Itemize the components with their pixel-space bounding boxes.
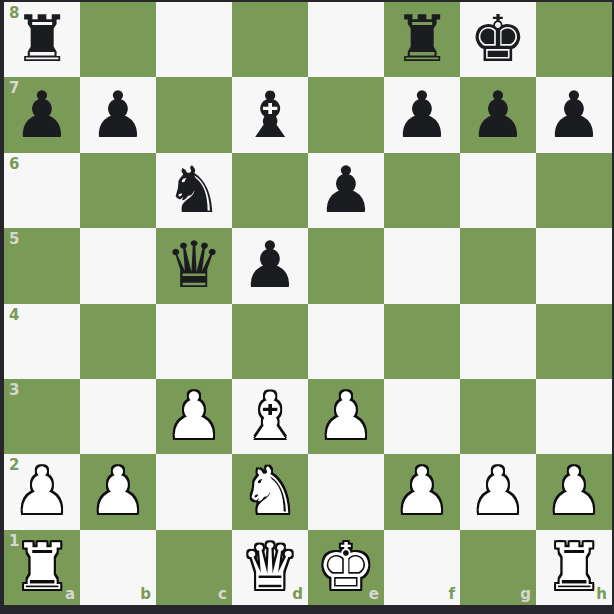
square-a4[interactable]: 4	[4, 304, 80, 379]
square-h7[interactable]: ♟	[536, 77, 612, 152]
piece-white-pawn[interactable]: ♟	[469, 454, 526, 529]
square-h5[interactable]	[536, 228, 612, 303]
piece-white-pawn[interactable]: ♟	[89, 454, 146, 529]
square-g6[interactable]	[460, 153, 536, 228]
piece-white-bishop[interactable]: ♝	[241, 379, 298, 454]
square-d4[interactable]	[232, 304, 308, 379]
rank-label-2: 2	[9, 458, 19, 473]
square-e2[interactable]	[308, 454, 384, 529]
square-c8[interactable]	[156, 2, 232, 77]
square-c7[interactable]	[156, 77, 232, 152]
piece-black-pawn[interactable]: ♟	[393, 78, 450, 153]
square-b2[interactable]: ♟	[80, 454, 156, 529]
file-label-b: b	[140, 587, 151, 602]
square-f6[interactable]	[384, 153, 460, 228]
piece-white-rook[interactable]: ♜	[545, 530, 602, 605]
piece-white-knight[interactable]: ♞	[241, 454, 298, 529]
square-c1[interactable]: c	[156, 530, 232, 605]
square-b4[interactable]	[80, 304, 156, 379]
square-c5[interactable]: ♛	[156, 228, 232, 303]
square-g8[interactable]: ♚	[460, 2, 536, 77]
square-g5[interactable]	[460, 228, 536, 303]
square-e1[interactable]: ♚e	[308, 530, 384, 605]
piece-black-rook[interactable]: ♜	[393, 2, 450, 77]
rank-label-5: 5	[9, 232, 19, 247]
square-a2[interactable]: ♟2	[4, 454, 80, 529]
square-d3[interactable]: ♝	[232, 379, 308, 454]
square-h6[interactable]	[536, 153, 612, 228]
square-d8[interactable]	[232, 2, 308, 77]
square-g2[interactable]: ♟	[460, 454, 536, 529]
square-h4[interactable]	[536, 304, 612, 379]
square-e3[interactable]: ♟	[308, 379, 384, 454]
square-h2[interactable]: ♟	[536, 454, 612, 529]
square-e7[interactable]	[308, 77, 384, 152]
piece-white-pawn[interactable]: ♟	[165, 379, 222, 454]
rank-label-8: 8	[9, 6, 19, 21]
square-d5[interactable]: ♟	[232, 228, 308, 303]
square-h1[interactable]: ♜h	[536, 530, 612, 605]
file-label-d: d	[292, 587, 303, 602]
piece-white-queen[interactable]: ♛	[241, 530, 298, 605]
square-d1[interactable]: ♛d	[232, 530, 308, 605]
square-b6[interactable]	[80, 153, 156, 228]
rank-label-6: 6	[9, 157, 19, 172]
square-a8[interactable]: ♜8	[4, 2, 80, 77]
square-c6[interactable]: ♞	[156, 153, 232, 228]
square-a6[interactable]: 6	[4, 153, 80, 228]
square-a3[interactable]: 3	[4, 379, 80, 454]
file-label-e: e	[369, 587, 379, 602]
square-f2[interactable]: ♟	[384, 454, 460, 529]
piece-white-pawn[interactable]: ♟	[393, 454, 450, 529]
file-label-f: f	[448, 587, 455, 602]
square-f3[interactable]	[384, 379, 460, 454]
square-e5[interactable]	[308, 228, 384, 303]
piece-black-pawn[interactable]: ♟	[13, 78, 70, 153]
piece-black-knight[interactable]: ♞	[165, 153, 222, 228]
square-a5[interactable]: 5	[4, 228, 80, 303]
square-e6[interactable]: ♟	[308, 153, 384, 228]
square-d7[interactable]: ♝	[232, 77, 308, 152]
file-label-a: a	[65, 587, 75, 602]
rank-label-1: 1	[9, 534, 19, 549]
square-c2[interactable]	[156, 454, 232, 529]
square-a7[interactable]: ♟7	[4, 77, 80, 152]
square-e8[interactable]	[308, 2, 384, 77]
square-d6[interactable]	[232, 153, 308, 228]
square-g4[interactable]	[460, 304, 536, 379]
square-g3[interactable]	[460, 379, 536, 454]
piece-black-pawn[interactable]: ♟	[545, 78, 602, 153]
rank-label-4: 4	[9, 308, 19, 323]
square-c3[interactable]: ♟	[156, 379, 232, 454]
square-f4[interactable]	[384, 304, 460, 379]
file-label-h: h	[596, 587, 607, 602]
square-f7[interactable]: ♟	[384, 77, 460, 152]
square-b3[interactable]	[80, 379, 156, 454]
rank-label-3: 3	[9, 383, 19, 398]
file-label-g: g	[520, 587, 531, 602]
square-g1[interactable]: g	[460, 530, 536, 605]
square-b8[interactable]	[80, 2, 156, 77]
square-h8[interactable]	[536, 2, 612, 77]
piece-black-queen[interactable]: ♛	[165, 228, 222, 303]
square-b5[interactable]	[80, 228, 156, 303]
piece-white-pawn[interactable]: ♟	[545, 454, 602, 529]
board-frame: ♜8♜♚♟7♟♝♟♟♟6♞♟5♛♟43♟♝♟♟2♟♞♟♟♟♜1abc♛d♚efg…	[0, 0, 614, 614]
piece-black-bishop[interactable]: ♝	[241, 78, 298, 153]
piece-black-pawn[interactable]: ♟	[469, 78, 526, 153]
piece-white-pawn[interactable]: ♟	[317, 379, 374, 454]
square-b1[interactable]: b	[80, 530, 156, 605]
square-f8[interactable]: ♜	[384, 2, 460, 77]
piece-black-pawn[interactable]: ♟	[241, 228, 298, 303]
square-g7[interactable]: ♟	[460, 77, 536, 152]
square-e4[interactable]	[308, 304, 384, 379]
square-h3[interactable]	[536, 379, 612, 454]
rank-label-7: 7	[9, 81, 19, 96]
piece-white-rook[interactable]: ♜	[13, 530, 70, 605]
square-f5[interactable]	[384, 228, 460, 303]
square-c4[interactable]	[156, 304, 232, 379]
piece-black-pawn[interactable]: ♟	[89, 78, 146, 153]
piece-black-pawn[interactable]: ♟	[317, 153, 374, 228]
piece-white-pawn[interactable]: ♟	[13, 454, 70, 529]
piece-white-king[interactable]: ♚	[317, 530, 374, 605]
square-a1[interactable]: ♜1a	[4, 530, 80, 605]
square-d2[interactable]: ♞	[232, 454, 308, 529]
piece-black-king[interactable]: ♚	[469, 2, 526, 77]
square-f1[interactable]: f	[384, 530, 460, 605]
piece-black-rook[interactable]: ♜	[13, 2, 70, 77]
chess-board: ♜8♜♚♟7♟♝♟♟♟6♞♟5♛♟43♟♝♟♟2♟♞♟♟♟♜1abc♛d♚efg…	[4, 2, 612, 605]
file-label-c: c	[218, 587, 227, 602]
square-b7[interactable]: ♟	[80, 77, 156, 152]
